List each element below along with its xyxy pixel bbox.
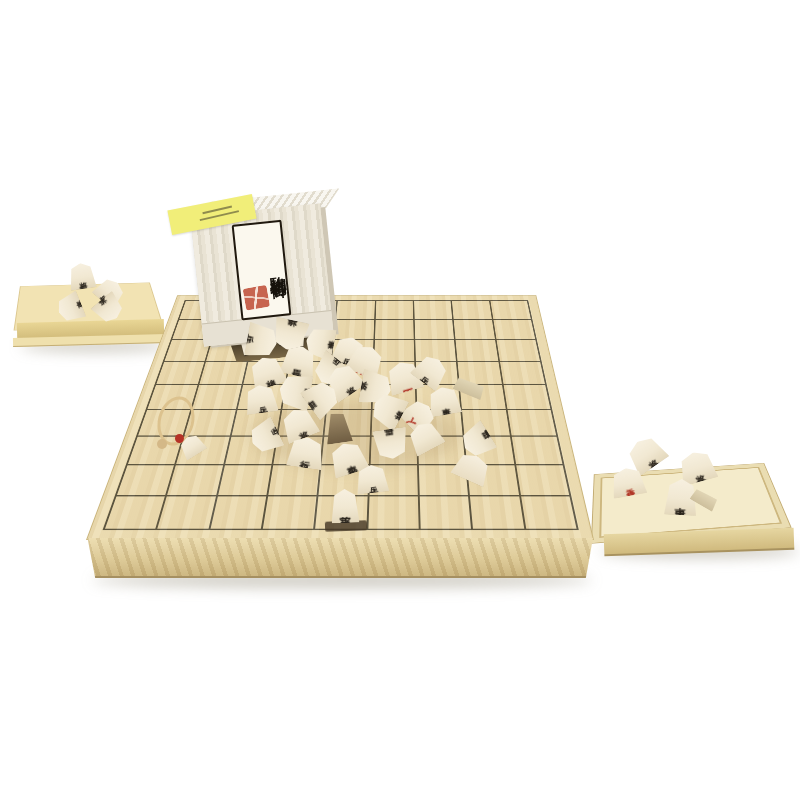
piece-kanji: 銀将: [285, 332, 295, 337]
piece-kanji: 桂馬: [318, 393, 326, 403]
piece-kanji: 金将: [339, 377, 349, 385]
board-cell: [117, 465, 174, 495]
board-cell: [414, 301, 452, 319]
piece-kanji: 金将: [692, 464, 702, 469]
board-cell: [156, 362, 204, 384]
board-cell: [500, 362, 545, 384]
piece-kanji: 香車: [439, 399, 448, 404]
board-cell: [452, 301, 491, 319]
piece-kanji: 桂馬: [473, 436, 480, 445]
piece-kanji: 銀将: [262, 369, 272, 375]
piece-kanji: 歩兵: [260, 336, 265, 346]
board-cell: [456, 340, 498, 361]
piece-kanji: 香車: [67, 304, 73, 313]
board-cell: [368, 496, 419, 528]
keychain-bead-wood: [157, 439, 167, 449]
board-cell: [375, 301, 413, 319]
board-cell: [496, 340, 540, 361]
piece-kanji: 歩兵: [426, 367, 435, 375]
piece-kanji: 銀将: [78, 274, 86, 278]
piece-kanji: 金将: [105, 305, 113, 312]
piece-kanji: 全: [419, 433, 432, 442]
board-cell: [105, 496, 165, 528]
board-cell: [263, 496, 317, 528]
box-seal-stamp: [243, 285, 270, 311]
board-cell: [415, 320, 455, 339]
board-cell: [470, 496, 524, 528]
box-label: 御将棋駒: [232, 220, 292, 321]
board-cell: [200, 362, 247, 384]
piece-kanji: 金将: [641, 450, 651, 458]
board-cell: [490, 301, 531, 319]
board-cell: [193, 385, 242, 409]
piece-kanji: 飛車: [343, 455, 353, 461]
board-cell: [493, 320, 535, 339]
keychain-bead-red: [175, 434, 184, 443]
board-cell: [521, 496, 577, 528]
piece-kanji: 飛車: [293, 386, 298, 396]
piece-kanji: 成香: [623, 480, 632, 485]
board-cell: [218, 465, 271, 495]
board-cell: [415, 340, 456, 361]
board-cell: [334, 320, 374, 339]
board-cell: [511, 436, 562, 464]
board-cell: [454, 320, 495, 339]
board-cell: [167, 465, 222, 495]
piece-kanji: 香車: [318, 338, 323, 347]
piece-kanji: と: [409, 406, 429, 426]
shogi-set-photo: 御将棋駒 歩兵銀将香車歩兵桂馬銀将歩兵龍金将飛車歩兵桂馬金将馬歩兵香車と銀将金将…: [0, 0, 800, 800]
piece-kanji: 歩兵: [344, 348, 353, 353]
board-cell: [516, 465, 569, 495]
piece-kanji: 香車: [675, 495, 687, 499]
piece-kanji: 馬: [187, 442, 198, 450]
board-cell: [210, 496, 266, 528]
board-cell: [158, 496, 216, 528]
piece-kanji: 金将: [294, 421, 304, 428]
piece-kanji: 銀将: [384, 405, 391, 415]
piece-kanji: 馬: [397, 374, 410, 380]
board-cell: [503, 385, 550, 409]
board-edge-grain: [85, 538, 595, 576]
piece-kanji: 金将: [374, 383, 379, 393]
piece-kanji: 歩兵: [262, 432, 269, 441]
piece-kanji: 歩兵: [367, 477, 376, 481]
piece-kanji: 王将: [339, 504, 351, 507]
board-cell: [420, 496, 472, 528]
piece-kanji: 歩兵: [256, 397, 265, 401]
board-cell: [268, 465, 320, 495]
piece-kanji: 桂馬: [386, 442, 396, 446]
piece-kanji: 角行: [301, 450, 311, 454]
board-front-edge: [85, 538, 595, 578]
piece-kanji: 龍: [359, 357, 372, 365]
piece-kanji: 桂馬: [294, 358, 304, 363]
shogi-piece-standing: 銀将: [67, 261, 96, 290]
board-cell: [507, 410, 556, 436]
board-cell: [336, 301, 374, 319]
board-cell: [375, 320, 414, 339]
